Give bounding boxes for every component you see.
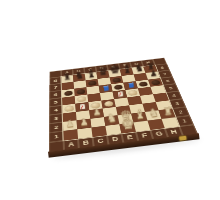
coord-file-f-label: F — [141, 133, 148, 139]
checker-dark-a6[interactable] — [64, 90, 73, 96]
checker-dark-b6[interactable] — [76, 89, 85, 95]
piece-white-knight-g2[interactable]: ♞ — [148, 107, 159, 119]
piece-white-knight-d2[interactable]: ♞ — [106, 112, 117, 124]
piece-black-bishop-f8[interactable]: ♝ — [121, 63, 132, 75]
white-background: ABCDEFGH8♜♞♝♛♚♝♞♜87♟76655443♟32♟♟♞♛♝♞♜21… — [0, 0, 220, 200]
chess-set-photo: ABCDEFGH8♜♞♝♛♚♝♞♜87♟76655443♟32♟♟♞♛♝♞♜21… — [31, 0, 199, 163]
die-white-e5[interactable] — [117, 91, 123, 97]
coord-right-rank-7-label: 7 — [163, 72, 167, 75]
coord-rank-1-label: 1 — [54, 134, 58, 140]
coord-rank-8-label: 8 — [54, 79, 58, 83]
piece-black-bishop-c8[interactable]: ♝ — [86, 68, 97, 80]
die-white-b4[interactable] — [79, 104, 85, 110]
piece-white-pawn-a2[interactable]: ♟ — [65, 119, 75, 129]
coord-file-h-label: H — [170, 129, 178, 135]
die-blue-d6[interactable] — [103, 85, 109, 91]
coord-right-rank-1-label: 1 — [182, 119, 187, 124]
coord-rank-4-label: 4 — [54, 108, 58, 113]
piece-white-rook-h2[interactable]: ♜ — [162, 106, 172, 117]
coord-rank-6-label: 6 — [54, 93, 58, 97]
coord-right-rank-3-label: 3 — [175, 102, 180, 106]
coord-right-rank-2-label: 2 — [178, 110, 183, 114]
checker-dark-c7[interactable] — [88, 80, 97, 86]
checker-dark-e7[interactable] — [112, 77, 121, 83]
piece-black-rook-a8[interactable]: ♜ — [62, 72, 71, 82]
checker-light-f5[interactable] — [128, 90, 138, 96]
checker-dark-e6[interactable] — [113, 84, 122, 90]
checker-light-a4[interactable] — [65, 105, 74, 111]
piece-white-bishop-f2[interactable]: ♝ — [133, 108, 145, 121]
piece-black-knight-b8[interactable]: ♞ — [74, 70, 84, 81]
piece-white-king-e1[interactable]: ♚ — [120, 116, 135, 132]
checker-dark-g6[interactable] — [138, 81, 148, 87]
coord-rank-3-label: 3 — [54, 116, 58, 121]
coord-rank-7-label: 7 — [54, 85, 58, 89]
die-blue-f6[interactable] — [128, 82, 134, 88]
piece-black-queen-d8[interactable]: ♛ — [97, 66, 108, 78]
checker-dark-h6[interactable] — [150, 80, 160, 86]
piece-black-king-e8[interactable]: ♚ — [109, 63, 121, 76]
coord-file-d-label: D — [112, 136, 119, 142]
coord-rank-5-label: 5 — [54, 100, 58, 105]
coord-right-rank-8-label: 8 — [160, 66, 164, 69]
coord-file-a-label: A — [68, 142, 74, 148]
piece-black-knight-g8[interactable]: ♞ — [134, 63, 144, 74]
coord-right-rank-6-label: 6 — [166, 79, 171, 83]
piece-black-pawn-h7[interactable]: ♟ — [149, 69, 157, 78]
coord-file-c-label: C — [97, 138, 104, 144]
piece-white-pawn-c3[interactable]: ♟ — [92, 107, 101, 117]
checker-light-d4[interactable] — [104, 101, 114, 107]
coord-file-b-label: B — [83, 140, 90, 146]
board-perspective-wrapper: ABCDEFGH8♜♞♝♛♚♝♞♜87♟76655443♟32♟♟♞♛♝♞♜21… — [31, 0, 198, 153]
coord-rank-2-label: 2 — [54, 125, 58, 130]
coord-file-e-label: E — [126, 134, 133, 140]
coord-file-g-label: G — [155, 131, 163, 137]
checker-light-b5[interactable] — [77, 96, 86, 102]
coord-right-rank-5-label: 5 — [168, 86, 173, 90]
piece-white-pawn-b2[interactable]: ♟ — [79, 117, 89, 127]
coord-right-rank-4-label: 4 — [172, 94, 177, 98]
